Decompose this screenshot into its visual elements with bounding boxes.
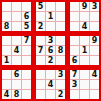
cell-r1c2[interactable] [12,2,21,11]
cell-r4c4[interactable] [36,36,45,45]
cell-r3c6[interactable] [56,22,65,31]
cell-r7c7: 7 [70,70,79,79]
cell-r5c2: 4 [12,46,21,55]
cell-r5c3[interactable] [22,46,31,55]
cell-r4c8[interactable] [80,36,89,45]
cell-r7c5[interactable] [46,70,55,79]
cell-r5c8: 1 [80,46,89,55]
cell-r4c1[interactable] [2,36,11,45]
cell-r8c7: 3 [70,80,79,89]
cell-r9c1: 4 [2,90,11,99]
cell-r6c2[interactable] [12,56,21,65]
block-separator-vertical [65,1,70,100]
cell-r1c8: 9 [80,2,89,11]
cell-r1c9: 3 [90,2,99,11]
cell-r3c8: 4 [80,22,89,31]
cell-r7c9: 4 [90,70,99,79]
cell-r9c3[interactable] [22,90,31,99]
cell-r8c9[interactable] [90,80,99,89]
cell-r5c6: 8 [56,46,65,55]
cell-r7c8[interactable] [80,70,89,79]
cell-r7c6: 3 [56,70,65,79]
cell-r5c9[interactable] [90,46,99,55]
cell-r9c7[interactable] [70,90,79,99]
cell-r2c9[interactable] [90,12,99,21]
cell-r6c3[interactable] [22,56,31,65]
cell-r2c1[interactable] [2,12,11,21]
cell-r8c6[interactable] [56,80,65,89]
cell-r3c2[interactable] [12,22,21,31]
cell-r6c1: 1 [2,56,11,65]
cell-r6c5: 2 [46,56,55,65]
cell-r9c9[interactable] [90,90,99,99]
cell-r1c3[interactable] [22,2,31,11]
cell-r1c4: 5 [36,2,45,11]
cell-r1c1[interactable] [2,2,11,11]
cell-r4c2[interactable] [12,36,21,45]
cell-r2c2[interactable] [12,12,21,21]
cell-r6c6[interactable] [56,56,65,65]
cell-r2c7[interactable] [70,12,79,21]
cell-r4c5: 3 [46,36,55,45]
cell-r8c1[interactable] [2,80,11,89]
cell-r9c5[interactable] [46,90,55,99]
cell-r3c9[interactable] [90,22,99,31]
cell-r5c5: 6 [46,46,55,55]
cell-r8c2[interactable] [12,80,21,89]
cell-r8c5: 4 [46,80,55,89]
cell-r2c3: 6 [22,12,31,21]
cell-r9c2: 8 [12,90,21,99]
cell-r2c6[interactable] [56,12,65,21]
cell-r8c8[interactable] [80,80,89,89]
cell-r5c1[interactable] [2,46,11,55]
cell-r2c4[interactable] [36,12,45,21]
block-separator-horizontal [1,65,100,70]
cell-r6c4[interactable] [36,56,45,65]
cell-r3c7[interactable] [70,22,79,31]
cell-r9c8[interactable] [80,90,89,99]
cell-r6c7: 6 [70,56,79,65]
cell-r6c8[interactable] [80,56,89,65]
block-separator-vertical [31,1,36,100]
cell-r4c9: 9 [90,36,99,45]
cell-r6c9[interactable] [90,56,99,65]
cell-r8c3[interactable] [22,80,31,89]
cell-r5c7[interactable] [70,46,79,55]
cell-r7c1[interactable] [2,70,11,79]
cell-r3c1: 8 [2,22,11,31]
cell-r4c3: 7 [22,36,31,45]
cell-r7c3[interactable] [22,70,31,79]
cell-r2c8[interactable] [80,12,89,21]
cell-r9c6: 2 [56,90,65,99]
cell-r4c6[interactable] [56,36,65,45]
cell-r5c4: 7 [36,46,45,55]
cell-r2c5: 1 [46,12,55,21]
block-separator-horizontal [1,31,100,36]
cell-r1c5[interactable] [46,2,55,11]
cell-r3c4: 2 [36,22,45,31]
cell-r7c2: 6 [12,70,21,79]
cell-r3c3: 5 [22,22,31,31]
cell-r9c4[interactable] [36,90,45,99]
cell-r8c4[interactable] [36,80,45,89]
cell-r7c4[interactable] [36,70,45,79]
cell-r1c7[interactable] [70,2,79,11]
cell-r4c7[interactable] [70,36,79,45]
cell-r1c6[interactable] [56,2,65,11]
sudoku-board: 59361852473947681126637443482 [0,0,101,101]
cell-r3c5[interactable] [46,22,55,31]
